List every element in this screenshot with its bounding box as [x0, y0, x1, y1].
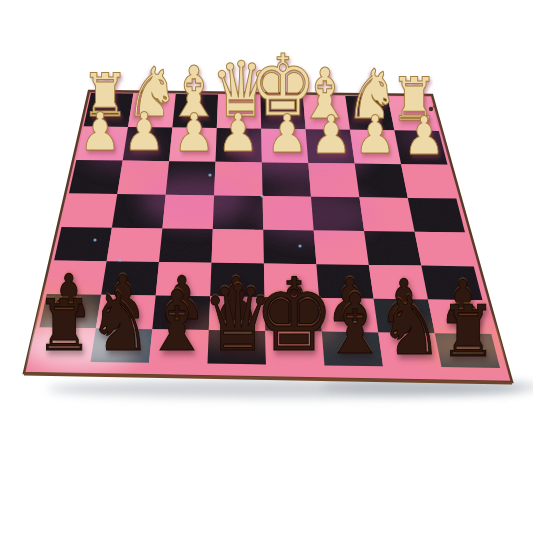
photo-canvas: Overhead photo of a hand-painted pink an… [0, 0, 533, 533]
speck [429, 107, 433, 111]
chess-board [0, 0, 533, 533]
board-surface [0, 60, 533, 400]
